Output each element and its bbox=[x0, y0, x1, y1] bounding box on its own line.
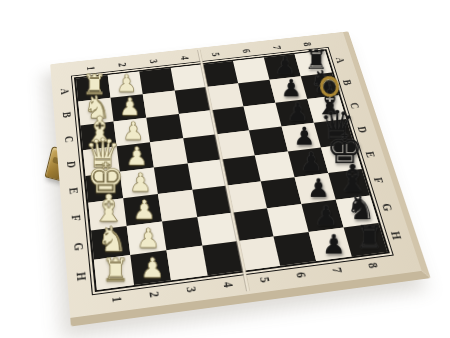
piece-white-p-e2[interactable]: ♟ bbox=[129, 170, 152, 196]
square-h1[interactable]: ♜ bbox=[94, 255, 134, 290]
piece-white-p-h2[interactable]: ♟ bbox=[140, 254, 164, 281]
top-rank-label-5: 5 bbox=[202, 42, 230, 66]
square-h4[interactable] bbox=[202, 241, 244, 275]
square-f3[interactable] bbox=[158, 190, 197, 222]
piece-black-p-c7[interactable]: ♟ bbox=[287, 100, 309, 124]
piece-black-r-h8[interactable]: ♜ bbox=[355, 222, 383, 253]
square-g7[interactable]: ♟ bbox=[301, 200, 343, 232]
piece-black-p-e7[interactable]: ♟ bbox=[300, 149, 323, 174]
board-scene: ♜♟♟♜♞♟♟♞♝♟♟♝♛♟♟♛♚♟♟♚♝♟♟♝♞♟♟♞♜♟♟♜ 1122334… bbox=[0, 0, 450, 338]
piece-white-p-b2[interactable]: ♟ bbox=[119, 95, 141, 119]
bottom-rank-label-4: 4 bbox=[211, 268, 245, 302]
left-file-label-B: B bbox=[50, 104, 84, 126]
square-f7[interactable]: ♟ bbox=[295, 173, 336, 204]
square-d4[interactable] bbox=[183, 134, 221, 163]
piece-white-p-f2[interactable]: ♟ bbox=[133, 197, 156, 223]
piece-black-p-d7[interactable]: ♟ bbox=[293, 124, 315, 149]
board-squares: ♜♟♟♜♞♟♟♞♝♟♟♝♛♟♟♛♚♟♟♚♝♟♟♝♞♟♟♞♜♟♟♜ bbox=[76, 51, 387, 290]
piece-white-p-c2[interactable]: ♟ bbox=[122, 119, 144, 144]
square-e5[interactable] bbox=[221, 155, 260, 185]
piece-white-p-a2[interactable]: ♟ bbox=[116, 72, 137, 96]
square-h7[interactable]: ♟ bbox=[309, 227, 352, 261]
piece-black-p-h7[interactable]: ♟ bbox=[322, 231, 346, 258]
square-f2[interactable]: ♟ bbox=[123, 194, 162, 226]
piece-white-p-g2[interactable]: ♟ bbox=[136, 225, 160, 252]
left-file-label-G: G bbox=[60, 233, 98, 260]
square-c3[interactable] bbox=[146, 114, 183, 142]
bottom-rank-label-6: 6 bbox=[284, 258, 319, 292]
piece-white-p-d2[interactable]: ♟ bbox=[126, 144, 149, 169]
piece-white-r-h1[interactable]: ♜ bbox=[101, 255, 129, 287]
square-h8[interactable]: ♜ bbox=[344, 223, 388, 256]
piece-black-p-b7[interactable]: ♟ bbox=[281, 76, 302, 100]
left-file-label-F: F bbox=[57, 205, 94, 231]
piece-black-p-f7[interactable]: ♟ bbox=[307, 175, 330, 201]
square-g3[interactable] bbox=[162, 217, 202, 250]
square-c5[interactable] bbox=[211, 106, 249, 134]
piece-black-p-g7[interactable]: ♟ bbox=[314, 203, 338, 229]
top-rank-label-4: 4 bbox=[171, 46, 199, 70]
bottom-rank-label-3: 3 bbox=[175, 272, 208, 307]
top-rank-label-3: 3 bbox=[140, 49, 167, 74]
top-rank-label-6: 6 bbox=[232, 39, 261, 63]
left-file-label-A: A bbox=[48, 81, 82, 102]
chess-board: ♜♟♟♜♞♟♟♞♝♟♟♝♛♟♟♛♚♟♟♚♝♟♟♝♞♟♟♞♜♟♟♜ 1122334… bbox=[50, 31, 431, 326]
